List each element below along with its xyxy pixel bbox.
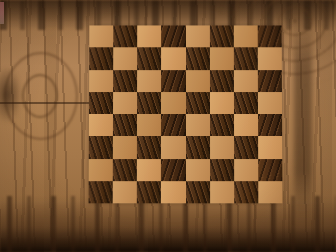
square-f2 [210,159,234,181]
square-g7 [234,48,258,70]
square-d7 [161,48,185,70]
square-b5 [113,92,137,114]
square-e4 [186,114,210,136]
table-seam-line [0,102,90,104]
square-b7 [113,48,137,70]
square-c1 [137,181,161,203]
square-f6 [210,70,234,92]
square-b8 [113,25,137,47]
square-h1 [258,181,282,203]
square-e1 [186,181,210,203]
square-a5 [89,92,113,114]
square-c4 [137,114,161,136]
square-h3 [258,136,282,158]
square-a4 [89,114,113,136]
square-g8 [234,25,258,47]
square-h6 [258,70,282,92]
wood-knot-inner-ring [22,74,58,118]
square-e7 [186,48,210,70]
square-h2 [258,159,282,181]
square-h4 [258,114,282,136]
square-g2 [234,159,258,181]
square-c5 [137,92,161,114]
square-c8 [137,25,161,47]
square-a3 [89,136,113,158]
square-b3 [113,136,137,158]
chess-board [89,25,283,203]
square-g3 [234,136,258,158]
square-a2 [89,159,113,181]
square-a1 [89,181,113,203]
bottom-flame-grain [0,196,336,252]
square-f3 [210,136,234,158]
square-e5 [186,92,210,114]
square-c7 [137,48,161,70]
chess-table-photo [0,0,336,252]
square-e6 [186,70,210,92]
square-h8 [258,25,282,47]
square-e8 [186,25,210,47]
square-e2 [186,159,210,181]
square-c2 [137,159,161,181]
square-d2 [161,159,185,181]
square-f1 [210,181,234,203]
square-a6 [89,70,113,92]
square-c6 [137,70,161,92]
square-d8 [161,25,185,47]
square-c3 [137,136,161,158]
square-d1 [161,181,185,203]
square-f7 [210,48,234,70]
dark-grain-streak [294,14,312,224]
square-h5 [258,92,282,114]
square-d6 [161,70,185,92]
square-b4 [113,114,137,136]
square-f5 [210,92,234,114]
square-b2 [113,159,137,181]
square-d5 [161,92,185,114]
square-h7 [258,48,282,70]
square-f8 [210,25,234,47]
square-d4 [161,114,185,136]
square-b6 [113,70,137,92]
square-a8 [89,25,113,47]
background-sliver [0,2,4,24]
square-a7 [89,48,113,70]
square-b1 [113,181,137,203]
square-f4 [210,114,234,136]
square-g6 [234,70,258,92]
square-g4 [234,114,258,136]
square-e3 [186,136,210,158]
square-d3 [161,136,185,158]
square-g1 [234,181,258,203]
square-g5 [234,92,258,114]
